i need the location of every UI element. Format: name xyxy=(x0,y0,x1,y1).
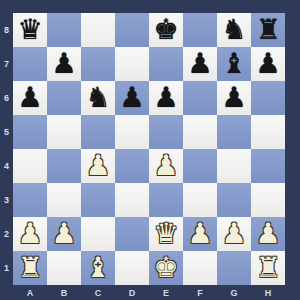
square-g8[interactable]: ♞ xyxy=(217,13,251,47)
rank-label-7: 7 xyxy=(0,47,13,81)
square-a3[interactable] xyxy=(13,183,47,217)
black-pawn: ♟ xyxy=(51,47,76,81)
square-g5[interactable] xyxy=(217,115,251,149)
square-b8[interactable] xyxy=(47,13,81,47)
square-h5[interactable] xyxy=(251,115,285,149)
square-h1[interactable]: ♜ xyxy=(251,251,285,285)
white-bishop: ♝ xyxy=(85,251,110,285)
black-pawn: ♟ xyxy=(153,81,178,115)
square-e5[interactable] xyxy=(149,115,183,149)
square-b2[interactable]: ♟ xyxy=(47,217,81,251)
white-pawn: ♟ xyxy=(255,217,280,251)
rank-label-8: 8 xyxy=(0,13,13,47)
square-d4[interactable] xyxy=(115,149,149,183)
rank-label-5: 5 xyxy=(0,115,13,149)
black-pawn: ♟ xyxy=(255,47,280,81)
square-c8[interactable] xyxy=(81,13,115,47)
square-g7[interactable]: ♝ xyxy=(217,47,251,81)
square-c2[interactable] xyxy=(81,217,115,251)
square-f3[interactable] xyxy=(183,183,217,217)
square-d7[interactable] xyxy=(115,47,149,81)
black-pawn: ♟ xyxy=(221,81,246,115)
square-d1[interactable] xyxy=(115,251,149,285)
square-a7[interactable] xyxy=(13,47,47,81)
white-rook: ♜ xyxy=(17,251,42,285)
square-d8[interactable] xyxy=(115,13,149,47)
square-f5[interactable] xyxy=(183,115,217,149)
rank-label-6: 6 xyxy=(0,81,13,115)
file-label-f: F xyxy=(183,285,217,300)
file-label-g: G xyxy=(217,285,251,300)
square-a4[interactable] xyxy=(13,149,47,183)
square-f8[interactable] xyxy=(183,13,217,47)
square-e7[interactable] xyxy=(149,47,183,81)
square-a2[interactable]: ♟ xyxy=(13,217,47,251)
square-c6[interactable]: ♞ xyxy=(81,81,115,115)
white-pawn: ♟ xyxy=(85,149,110,183)
square-g1[interactable] xyxy=(217,251,251,285)
square-c1[interactable]: ♝ xyxy=(81,251,115,285)
file-label-a: A xyxy=(13,285,47,300)
white-pawn: ♟ xyxy=(221,217,246,251)
square-b5[interactable] xyxy=(47,115,81,149)
square-a5[interactable] xyxy=(13,115,47,149)
square-e2[interactable]: ♛ xyxy=(149,217,183,251)
white-queen: ♛ xyxy=(153,217,178,251)
black-pawn: ♟ xyxy=(119,81,144,115)
square-f4[interactable] xyxy=(183,149,217,183)
white-rook: ♜ xyxy=(255,251,280,285)
square-e8[interactable]: ♚ xyxy=(149,13,183,47)
black-queen: ♛ xyxy=(17,13,42,47)
square-e6[interactable]: ♟ xyxy=(149,81,183,115)
black-pawn: ♟ xyxy=(17,81,42,115)
square-a6[interactable]: ♟ xyxy=(13,81,47,115)
file-label-h: H xyxy=(251,285,285,300)
square-f6[interactable] xyxy=(183,81,217,115)
square-c4[interactable]: ♟ xyxy=(81,149,115,183)
square-b1[interactable] xyxy=(47,251,81,285)
white-pawn: ♟ xyxy=(153,149,178,183)
square-e4[interactable]: ♟ xyxy=(149,149,183,183)
black-knight: ♞ xyxy=(85,81,110,115)
white-pawn: ♟ xyxy=(51,217,76,251)
square-f2[interactable]: ♟ xyxy=(183,217,217,251)
square-c5[interactable] xyxy=(81,115,115,149)
square-h8[interactable]: ♜ xyxy=(251,13,285,47)
square-d5[interactable] xyxy=(115,115,149,149)
chessboard-frame: 87654321 ♛♚♞♜♟♟♝♟♟♞♟♟♟♟♟♟♟♛♟♟♟♜♝♚♜ ABCDE… xyxy=(0,0,300,300)
square-b6[interactable] xyxy=(47,81,81,115)
square-d6[interactable]: ♟ xyxy=(115,81,149,115)
white-king: ♚ xyxy=(153,251,178,285)
square-h4[interactable] xyxy=(251,149,285,183)
square-g4[interactable] xyxy=(217,149,251,183)
file-label-c: C xyxy=(81,285,115,300)
square-g6[interactable]: ♟ xyxy=(217,81,251,115)
square-h3[interactable] xyxy=(251,183,285,217)
square-a1[interactable]: ♜ xyxy=(13,251,47,285)
rank-label-1: 1 xyxy=(0,251,13,285)
file-label-b: B xyxy=(47,285,81,300)
white-pawn: ♟ xyxy=(187,217,212,251)
square-f7[interactable]: ♟ xyxy=(183,47,217,81)
black-rook: ♜ xyxy=(255,13,280,47)
black-knight: ♞ xyxy=(221,13,246,47)
rank-label-3: 3 xyxy=(0,183,13,217)
rank-labels: 87654321 xyxy=(0,13,13,285)
black-king: ♚ xyxy=(153,13,178,47)
square-b7[interactable]: ♟ xyxy=(47,47,81,81)
square-c3[interactable] xyxy=(81,183,115,217)
square-d3[interactable] xyxy=(115,183,149,217)
file-label-e: E xyxy=(149,285,183,300)
square-c7[interactable] xyxy=(81,47,115,81)
square-g2[interactable]: ♟ xyxy=(217,217,251,251)
black-bishop: ♝ xyxy=(221,47,246,81)
chessboard[interactable]: ♛♚♞♜♟♟♝♟♟♞♟♟♟♟♟♟♟♛♟♟♟♜♝♚♜ xyxy=(13,13,285,285)
square-a8[interactable]: ♛ xyxy=(13,13,47,47)
square-f1[interactable] xyxy=(183,251,217,285)
square-e1[interactable]: ♚ xyxy=(149,251,183,285)
square-b3[interactable] xyxy=(47,183,81,217)
black-pawn: ♟ xyxy=(187,47,212,81)
file-labels: ABCDEFGH xyxy=(13,285,285,300)
square-d2[interactable] xyxy=(115,217,149,251)
square-e3[interactable] xyxy=(149,183,183,217)
white-pawn: ♟ xyxy=(17,217,42,251)
file-label-d: D xyxy=(115,285,149,300)
square-g3[interactable] xyxy=(217,183,251,217)
square-h7[interactable]: ♟ xyxy=(251,47,285,81)
square-h2[interactable]: ♟ xyxy=(251,217,285,251)
rank-label-2: 2 xyxy=(0,217,13,251)
square-b4[interactable] xyxy=(47,149,81,183)
rank-label-4: 4 xyxy=(0,149,13,183)
square-h6[interactable] xyxy=(251,81,285,115)
